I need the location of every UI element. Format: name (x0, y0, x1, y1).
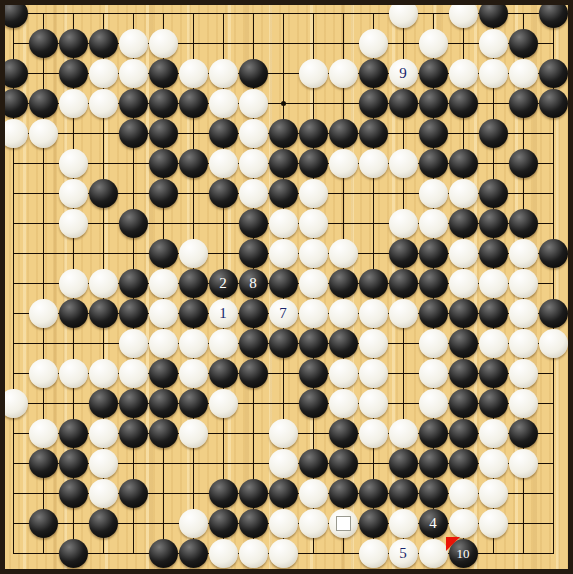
black-stone[interactable] (89, 29, 118, 58)
black-stone[interactable] (389, 269, 418, 298)
white-stone[interactable] (239, 149, 268, 178)
white-stone[interactable] (59, 269, 88, 298)
black-stone[interactable] (149, 389, 178, 418)
black-stone[interactable] (119, 419, 148, 448)
white-stone[interactable] (389, 509, 418, 538)
white-stone[interactable] (119, 359, 148, 388)
white-stone[interactable] (149, 299, 178, 328)
white-stone[interactable]: 1 (209, 299, 238, 328)
black-stone[interactable] (479, 209, 508, 238)
black-stone[interactable] (119, 269, 148, 298)
white-stone[interactable] (329, 149, 358, 178)
black-stone[interactable] (149, 149, 178, 178)
black-stone[interactable] (509, 419, 538, 448)
black-stone[interactable] (59, 59, 88, 88)
black-stone[interactable] (59, 479, 88, 508)
black-stone[interactable] (179, 89, 208, 118)
white-stone[interactable] (149, 29, 178, 58)
white-stone[interactable] (209, 149, 238, 178)
white-stone[interactable] (29, 359, 58, 388)
black-stone[interactable] (149, 179, 178, 208)
white-stone[interactable] (419, 209, 448, 238)
white-stone[interactable] (299, 209, 328, 238)
black-stone[interactable] (419, 419, 448, 448)
black-stone[interactable] (149, 239, 178, 268)
black-stone[interactable] (209, 119, 238, 148)
white-stone[interactable] (209, 329, 238, 358)
white-stone[interactable] (509, 329, 538, 358)
black-stone[interactable] (449, 449, 478, 478)
black-stone[interactable] (479, 119, 508, 148)
black-stone[interactable] (0, 89, 28, 118)
white-stone[interactable] (299, 239, 328, 268)
black-stone[interactable] (299, 449, 328, 478)
black-stone[interactable] (329, 269, 358, 298)
black-stone[interactable] (449, 389, 478, 418)
black-stone[interactable] (479, 239, 508, 268)
white-stone[interactable] (419, 329, 448, 358)
black-stone[interactable] (359, 89, 388, 118)
white-stone[interactable] (449, 269, 478, 298)
white-stone[interactable] (509, 239, 538, 268)
black-stone[interactable] (119, 389, 148, 418)
black-stone[interactable] (239, 479, 268, 508)
black-stone[interactable] (89, 509, 118, 538)
black-stone[interactable] (179, 149, 208, 178)
white-stone[interactable] (299, 479, 328, 508)
black-stone[interactable] (149, 419, 178, 448)
black-stone[interactable] (59, 539, 88, 568)
white-stone[interactable] (479, 479, 508, 508)
white-stone[interactable] (269, 239, 298, 268)
white-stone[interactable] (449, 59, 478, 88)
white-stone[interactable] (359, 329, 388, 358)
black-stone[interactable] (239, 509, 268, 538)
white-stone[interactable] (59, 149, 88, 178)
white-stone[interactable] (419, 359, 448, 388)
white-stone[interactable] (359, 149, 388, 178)
black-stone[interactable] (89, 179, 118, 208)
black-stone[interactable] (179, 269, 208, 298)
white-stone[interactable]: 5 (389, 539, 418, 568)
black-stone[interactable] (359, 509, 388, 538)
white-stone[interactable] (479, 449, 508, 478)
black-stone[interactable] (209, 479, 238, 508)
black-stone[interactable] (359, 59, 388, 88)
white-stone[interactable] (389, 299, 418, 328)
white-stone[interactable] (509, 299, 538, 328)
black-stone[interactable] (119, 479, 148, 508)
white-stone[interactable] (89, 449, 118, 478)
black-stone[interactable] (149, 359, 178, 388)
white-stone[interactable] (329, 299, 358, 328)
black-stone[interactable] (269, 149, 298, 178)
black-stone[interactable] (29, 509, 58, 538)
square-marker (336, 516, 351, 531)
white-stone[interactable] (449, 479, 478, 508)
black-stone[interactable] (449, 419, 478, 448)
black-stone[interactable] (509, 89, 538, 118)
black-stone[interactable] (419, 239, 448, 268)
black-stone[interactable] (419, 59, 448, 88)
go-board[interactable]: 928174510 (0, 0, 573, 574)
black-stone[interactable] (449, 89, 478, 118)
black-stone[interactable] (479, 359, 508, 388)
black-stone[interactable] (59, 419, 88, 448)
white-stone[interactable] (179, 239, 208, 268)
white-stone[interactable] (209, 389, 238, 418)
black-stone[interactable] (389, 89, 418, 118)
white-stone[interactable] (0, 119, 28, 148)
white-stone[interactable] (359, 359, 388, 388)
white-stone[interactable] (269, 509, 298, 538)
white-stone[interactable] (149, 269, 178, 298)
white-stone[interactable] (419, 179, 448, 208)
black-stone[interactable] (269, 269, 298, 298)
white-stone[interactable] (239, 89, 268, 118)
white-stone[interactable] (359, 299, 388, 328)
white-stone[interactable] (89, 89, 118, 118)
black-stone[interactable] (179, 539, 208, 568)
black-stone[interactable] (269, 179, 298, 208)
white-stone[interactable] (449, 239, 478, 268)
white-stone[interactable] (389, 209, 418, 238)
black-stone[interactable]: 2 (209, 269, 238, 298)
goban-wood[interactable]: 928174510 (0, 0, 573, 574)
black-stone[interactable] (539, 299, 568, 328)
black-stone[interactable] (329, 419, 358, 448)
white-stone[interactable] (419, 539, 448, 568)
move-number-label: 5 (389, 539, 418, 568)
black-stone[interactable] (149, 539, 178, 568)
white-stone[interactable] (329, 239, 358, 268)
black-stone[interactable] (119, 89, 148, 118)
white-stone[interactable] (179, 59, 208, 88)
white-stone[interactable] (449, 509, 478, 538)
white-stone[interactable] (209, 539, 238, 568)
black-stone[interactable] (239, 329, 268, 358)
black-stone[interactable] (449, 209, 478, 238)
white-stone[interactable] (509, 449, 538, 478)
white-stone[interactable] (389, 419, 418, 448)
white-stone[interactable] (329, 59, 358, 88)
white-stone[interactable] (179, 359, 208, 388)
black-stone[interactable] (89, 299, 118, 328)
black-stone[interactable] (329, 119, 358, 148)
white-stone[interactable] (449, 0, 478, 28)
white-stone[interactable] (209, 89, 238, 118)
white-stone[interactable] (89, 359, 118, 388)
white-stone[interactable] (479, 59, 508, 88)
move-number-label: 7 (269, 299, 298, 328)
white-stone[interactable] (119, 59, 148, 88)
white-stone[interactable] (359, 389, 388, 418)
black-stone[interactable] (119, 209, 148, 238)
white-stone[interactable] (479, 509, 508, 538)
move-number-label: 2 (209, 269, 238, 298)
triangle-marker (446, 537, 460, 551)
black-stone[interactable] (209, 509, 238, 538)
white-stone[interactable] (299, 509, 328, 538)
white-stone[interactable] (449, 179, 478, 208)
white-stone[interactable] (329, 359, 358, 388)
white-stone[interactable] (539, 329, 568, 358)
white-stone[interactable] (179, 509, 208, 538)
white-stone[interactable] (59, 359, 88, 388)
black-stone[interactable] (479, 179, 508, 208)
white-stone[interactable] (89, 419, 118, 448)
black-stone[interactable] (29, 449, 58, 478)
black-stone[interactable] (299, 149, 328, 178)
black-stone[interactable] (239, 299, 268, 328)
black-stone[interactable] (0, 0, 28, 28)
white-stone[interactable] (509, 389, 538, 418)
star-point (281, 101, 286, 106)
black-stone[interactable] (149, 89, 178, 118)
white-stone[interactable] (509, 269, 538, 298)
white-stone[interactable] (0, 389, 28, 418)
black-stone[interactable] (299, 329, 328, 358)
black-stone[interactable] (479, 299, 508, 328)
black-stone[interactable] (299, 389, 328, 418)
move-number-label: 9 (389, 59, 418, 88)
black-stone[interactable] (539, 239, 568, 268)
white-stone[interactable] (329, 389, 358, 418)
black-stone[interactable] (419, 479, 448, 508)
black-stone[interactable] (389, 239, 418, 268)
black-stone[interactable] (449, 359, 478, 388)
black-stone[interactable] (449, 329, 478, 358)
black-stone[interactable] (179, 299, 208, 328)
white-stone[interactable] (389, 0, 418, 28)
white-stone[interactable] (479, 329, 508, 358)
white-stone[interactable] (479, 269, 508, 298)
move-number-label: 4 (419, 509, 448, 538)
black-stone[interactable] (419, 449, 448, 478)
black-stone[interactable] (509, 209, 538, 238)
white-stone[interactable] (89, 269, 118, 298)
black-stone[interactable] (419, 149, 448, 178)
white-stone[interactable] (179, 329, 208, 358)
move-number-label: 8 (239, 269, 268, 298)
black-stone[interactable] (329, 449, 358, 478)
black-stone[interactable] (239, 59, 268, 88)
black-stone[interactable] (419, 299, 448, 328)
white-stone[interactable] (299, 299, 328, 328)
white-stone[interactable] (269, 209, 298, 238)
white-stone[interactable] (119, 29, 148, 58)
black-stone[interactable] (119, 119, 148, 148)
white-stone[interactable] (59, 209, 88, 238)
white-stone[interactable] (269, 419, 298, 448)
black-stone[interactable] (59, 449, 88, 478)
white-stone[interactable] (89, 479, 118, 508)
black-stone[interactable] (389, 449, 418, 478)
black-stone[interactable] (329, 329, 358, 358)
white-stone[interactable] (239, 179, 268, 208)
black-stone[interactable] (479, 389, 508, 418)
white-stone[interactable] (389, 149, 418, 178)
black-stone[interactable] (419, 269, 448, 298)
black-stone[interactable]: 8 (239, 269, 268, 298)
white-stone[interactable] (239, 539, 268, 568)
white-stone[interactable] (479, 29, 508, 58)
white-stone[interactable]: 7 (269, 299, 298, 328)
black-stone[interactable] (419, 89, 448, 118)
white-stone[interactable] (59, 89, 88, 118)
white-stone[interactable] (29, 299, 58, 328)
black-stone[interactable] (239, 239, 268, 268)
white-stone[interactable]: 9 (389, 59, 418, 88)
white-stone[interactable] (419, 29, 448, 58)
white-stone[interactable] (359, 539, 388, 568)
black-stone[interactable] (539, 0, 568, 28)
white-stone[interactable] (269, 539, 298, 568)
white-stone[interactable] (29, 419, 58, 448)
black-stone[interactable] (59, 299, 88, 328)
black-stone[interactable] (269, 119, 298, 148)
black-stone[interactable] (539, 89, 568, 118)
white-stone[interactable] (179, 419, 208, 448)
black-stone[interactable] (239, 209, 268, 238)
white-stone[interactable] (149, 329, 178, 358)
black-stone[interactable] (539, 59, 568, 88)
black-stone[interactable] (299, 119, 328, 148)
black-stone[interactable] (239, 359, 268, 388)
black-stone[interactable] (269, 329, 298, 358)
white-stone[interactable] (119, 329, 148, 358)
black-stone[interactable] (29, 89, 58, 118)
white-stone[interactable] (299, 179, 328, 208)
black-stone[interactable] (119, 299, 148, 328)
black-stone[interactable] (149, 119, 178, 148)
white-stone[interactable] (509, 59, 538, 88)
black-stone[interactable] (59, 29, 88, 58)
white-stone[interactable] (209, 59, 238, 88)
black-stone[interactable] (209, 179, 238, 208)
white-stone[interactable] (419, 389, 448, 418)
black-stone[interactable] (179, 389, 208, 418)
white-stone[interactable] (269, 449, 298, 478)
white-stone[interactable] (479, 419, 508, 448)
black-stone[interactable] (29, 29, 58, 58)
white-stone[interactable] (359, 419, 388, 448)
white-stone[interactable] (59, 179, 88, 208)
black-stone[interactable] (359, 119, 388, 148)
white-stone[interactable] (29, 119, 58, 148)
black-stone[interactable] (209, 359, 238, 388)
black-stone[interactable] (479, 0, 508, 28)
white-stone[interactable] (299, 59, 328, 88)
white-stone[interactable] (239, 119, 268, 148)
black-stone[interactable] (359, 479, 388, 508)
black-stone[interactable] (149, 59, 178, 88)
black-stone[interactable] (0, 59, 28, 88)
black-stone[interactable] (269, 479, 298, 508)
white-stone[interactable] (299, 269, 328, 298)
white-stone[interactable] (89, 59, 118, 88)
black-stone[interactable] (329, 479, 358, 508)
black-stone[interactable]: 4 (419, 509, 448, 538)
black-stone[interactable] (509, 29, 538, 58)
black-stone[interactable] (509, 149, 538, 178)
white-stone[interactable] (509, 359, 538, 388)
black-stone[interactable] (299, 359, 328, 388)
white-stone[interactable] (359, 29, 388, 58)
move-number-label: 1 (209, 299, 238, 328)
black-stone[interactable] (419, 119, 448, 148)
black-stone[interactable] (449, 299, 478, 328)
black-stone[interactable] (449, 149, 478, 178)
black-stone[interactable] (359, 269, 388, 298)
black-stone[interactable] (389, 479, 418, 508)
black-stone[interactable] (89, 389, 118, 418)
